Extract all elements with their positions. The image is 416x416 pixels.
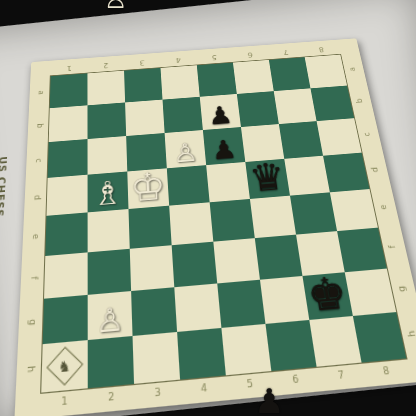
file-label-left-c: c [33,156,43,165]
square-a3[interactable]: 3 [124,68,162,103]
square-e1[interactable]: e [45,212,87,256]
board-frame: 1a2345678ab♟bc♙♟cd♗♔♛deeffg♙♚g1h♞2345678… [40,54,408,394]
rank-label-top-6: 6 [245,50,255,58]
rank-label-top-4: 4 [174,55,183,63]
rank-label-bottom-2: 2 [106,391,117,404]
square-g1[interactable]: g [43,295,88,344]
square-h6[interactable]: 6 [265,320,316,371]
square-h4[interactable]: 4 [177,328,226,380]
file-label-left-b: b [34,121,43,130]
square-d4[interactable] [167,165,210,206]
square-h3[interactable]: 3 [133,332,181,384]
rank-label-top-5: 5 [209,53,218,61]
board-mat-wrapper: US CHESS 1a2345678ab♟bc♙♟cd♗♔♛deeffg♙♚g1… [8,0,408,416]
file-label-left-g: g [26,316,37,328]
square-f3[interactable] [130,245,175,291]
square-b1[interactable]: b [49,105,88,142]
square-a7[interactable]: 7 [269,57,311,91]
file-label-left-f: f [28,272,39,283]
black-pawn-piece[interactable]: ♟ [204,136,245,164]
square-e3[interactable] [128,206,171,249]
square-b8[interactable]: b [310,86,354,122]
square-c6[interactable] [241,124,284,162]
rank-label-bottom-7: 7 [335,370,348,383]
square-e8[interactable]: e [330,189,378,231]
vinyl-chess-mat: US CHESS 1a2345678ab♟bc♙♟cd♗♔♛deeffg♙♚g1… [14,38,416,416]
file-label-left-e: e [30,231,40,241]
square-d7[interactable] [284,156,330,196]
rank-label-bottom-4: 4 [198,383,210,396]
square-b5[interactable]: ♟ [200,94,241,130]
white-king-piece[interactable]: ♔ [127,167,169,208]
square-b3[interactable] [125,100,165,136]
square-f5[interactable] [213,238,260,283]
us-chess-knight-logo: ♞ [46,347,83,386]
square-d5[interactable] [206,162,250,202]
square-a6[interactable]: 6 [233,60,274,94]
square-c3[interactable] [126,133,167,171]
white-pawn-piece[interactable]: ♙ [165,139,206,167]
rank-label-top-1: 1 [65,63,74,71]
rank-label-bottom-3: 3 [152,387,164,400]
file-label-right-f: f [387,242,399,253]
square-f4[interactable] [172,242,218,288]
rank-label-top-2: 2 [101,61,110,69]
square-d8[interactable]: d [323,153,369,193]
white-bishop-piece[interactable]: ♗ [88,176,129,212]
square-a2[interactable]: 2 [87,71,125,106]
black-pawn-piece[interactable]: ♟ [201,102,241,129]
file-label-right-g: g [396,283,408,294]
rank-label-bottom-1: 1 [59,396,70,409]
rank-label-bottom-6: 6 [289,374,301,387]
square-c5[interactable]: ♟ [203,127,245,165]
square-d2[interactable]: ♗ [88,171,129,212]
rank-label-bottom-8: 8 [380,366,393,379]
rank-label-bottom-5: 5 [244,378,256,391]
chess-board: 1a2345678ab♟bc♙♟cd♗♔♛deeffg♙♚g1h♞2345678… [41,55,406,393]
square-f8[interactable]: f [337,228,387,273]
square-e4[interactable] [169,202,213,245]
black-queen-piece[interactable]: ♛ [245,158,290,198]
square-a4[interactable]: 4 [161,65,200,99]
square-b7[interactable] [274,88,317,124]
square-h5[interactable]: 5 [221,324,271,375]
square-h2[interactable]: 2 [88,336,134,388]
square-b6[interactable] [237,91,279,127]
square-g2[interactable]: ♙ [88,291,133,340]
square-a1[interactable]: 1a [50,73,88,108]
us-chess-brand-text: US CHESS [0,156,9,218]
square-d6[interactable]: ♛ [245,159,290,199]
file-label-right-h: h [406,328,416,340]
file-label-right-d: d [370,165,381,174]
square-f2[interactable] [88,249,131,295]
square-c4[interactable]: ♙ [165,130,207,168]
square-f1[interactable]: f [44,252,88,298]
square-f6[interactable] [255,235,303,280]
file-label-right-b: b [355,97,366,105]
file-label-left-a: a [36,89,45,97]
square-d1[interactable]: d [46,175,87,216]
square-a5[interactable]: 5 [197,63,237,97]
file-label-right-c: c [362,130,373,139]
square-c2[interactable] [88,136,128,175]
square-c7[interactable] [279,121,323,159]
file-label-left-h: h [24,363,35,376]
square-b2[interactable] [87,102,126,139]
square-a8[interactable]: 8a [305,55,347,89]
square-g6[interactable] [260,276,309,324]
file-label-right-e: e [378,202,390,212]
square-e6[interactable] [250,196,296,238]
square-g3[interactable] [131,287,177,336]
square-e2[interactable] [88,209,130,252]
square-e5[interactable] [210,199,255,242]
square-b4[interactable] [163,97,203,133]
square-d3[interactable]: ♔ [127,168,169,209]
square-h8[interactable]: 8h [353,312,406,363]
square-g8[interactable]: g [345,269,396,316]
rank-label-top-7: 7 [281,48,291,56]
white-pawn-piece[interactable]: ♙ [88,303,133,339]
square-c8[interactable]: c [317,118,362,156]
rank-label-top-3: 3 [138,58,147,66]
square-g4[interactable] [174,283,221,331]
square-g5[interactable] [217,280,265,328]
rank-label-top-8: 8 [316,45,326,53]
file-label-right-a: a [348,65,358,73]
square-e7[interactable] [290,192,337,234]
file-label-left-d: d [31,193,41,203]
square-h1[interactable]: 1h♞ [41,340,88,393]
square-c1[interactable]: c [48,139,88,178]
